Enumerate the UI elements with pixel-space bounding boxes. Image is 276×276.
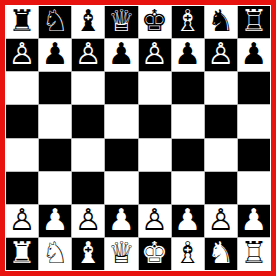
square-f1[interactable]: ♗ [172, 238, 204, 270]
square-f4[interactable] [172, 139, 204, 171]
piece-black-bishop: ♝ [75, 6, 102, 36]
square-a7[interactable]: ♙ [6, 39, 38, 71]
piece-black-pawn: ♟ [108, 39, 135, 69]
piece-black-pawn: ♙ [75, 39, 102, 69]
square-e4[interactable] [139, 139, 171, 171]
piece-black-rook: ♖ [240, 6, 267, 36]
square-g3[interactable] [205, 172, 237, 204]
square-h6[interactable] [238, 72, 270, 104]
square-g1[interactable]: ♞ [205, 238, 237, 270]
piece-white-pawn: ♟ [42, 205, 69, 235]
square-a2[interactable]: ♙ [6, 205, 38, 237]
square-d8[interactable]: ♕ [105, 6, 137, 38]
piece-white-pawn: ♟ [240, 205, 267, 235]
square-c3[interactable] [72, 172, 104, 204]
piece-white-bishop: ♝ [75, 238, 102, 268]
square-d3[interactable] [105, 172, 137, 204]
square-d4[interactable] [105, 139, 137, 171]
piece-black-pawn: ♟ [42, 39, 69, 69]
square-e3[interactable] [139, 172, 171, 204]
square-b7[interactable]: ♟ [39, 39, 71, 71]
piece-black-pawn: ♙ [9, 39, 36, 69]
piece-black-bishop: ♗ [174, 6, 201, 36]
piece-white-bishop: ♗ [174, 238, 201, 268]
square-b4[interactable] [39, 139, 71, 171]
square-h4[interactable] [238, 139, 270, 171]
square-g4[interactable] [205, 139, 237, 171]
square-e8[interactable]: ♚ [139, 6, 171, 38]
square-f2[interactable]: ♟ [172, 205, 204, 237]
square-d2[interactable]: ♟ [105, 205, 137, 237]
square-b2[interactable]: ♟ [39, 205, 71, 237]
square-f5[interactable] [172, 105, 204, 137]
square-h8[interactable]: ♖ [238, 6, 270, 38]
piece-white-pawn: ♙ [75, 205, 102, 235]
square-a8[interactable]: ♜ [6, 6, 38, 38]
piece-white-queen: ♕ [108, 238, 135, 268]
piece-white-pawn: ♙ [207, 205, 234, 235]
square-c1[interactable]: ♝ [72, 238, 104, 270]
square-h5[interactable] [238, 105, 270, 137]
board-frame: ♜♘♝♕♚♗♞♖♙♟♙♟♙♟♙♟♙♟♙♟♙♟♙♟♜♘♝♕♚♗♞♖ [0, 0, 276, 276]
square-a6[interactable] [6, 72, 38, 104]
piece-white-pawn: ♙ [9, 205, 36, 235]
square-h3[interactable] [238, 172, 270, 204]
square-d5[interactable] [105, 105, 137, 137]
square-b8[interactable]: ♘ [39, 6, 71, 38]
piece-black-rook: ♜ [9, 6, 36, 36]
square-d7[interactable]: ♟ [105, 39, 137, 71]
square-f6[interactable] [172, 72, 204, 104]
square-f8[interactable]: ♗ [172, 6, 204, 38]
square-c5[interactable] [72, 105, 104, 137]
square-e5[interactable] [139, 105, 171, 137]
piece-white-pawn: ♟ [108, 205, 135, 235]
square-d6[interactable] [105, 72, 137, 104]
square-e6[interactable] [139, 72, 171, 104]
square-a3[interactable] [6, 172, 38, 204]
square-g6[interactable] [205, 72, 237, 104]
piece-white-king: ♚ [141, 238, 168, 268]
square-b3[interactable] [39, 172, 71, 204]
square-d1[interactable]: ♕ [105, 238, 137, 270]
square-c4[interactable] [72, 139, 104, 171]
piece-black-queen: ♕ [108, 6, 135, 36]
square-a5[interactable] [6, 105, 38, 137]
piece-black-pawn: ♙ [141, 39, 168, 69]
square-f7[interactable]: ♟ [172, 39, 204, 71]
square-e2[interactable]: ♙ [139, 205, 171, 237]
square-b6[interactable] [39, 72, 71, 104]
piece-white-rook: ♖ [240, 238, 267, 268]
square-c2[interactable]: ♙ [72, 205, 104, 237]
square-g7[interactable]: ♙ [205, 39, 237, 71]
square-h1[interactable]: ♖ [238, 238, 270, 270]
square-a4[interactable] [6, 139, 38, 171]
square-g5[interactable] [205, 105, 237, 137]
piece-white-pawn: ♙ [141, 205, 168, 235]
square-g8[interactable]: ♞ [205, 6, 237, 38]
piece-white-rook: ♜ [9, 238, 36, 268]
square-c8[interactable]: ♝ [72, 6, 104, 38]
piece-white-pawn: ♟ [174, 205, 201, 235]
square-e7[interactable]: ♙ [139, 39, 171, 71]
piece-white-knight: ♞ [207, 238, 234, 268]
chess-board: ♜♘♝♕♚♗♞♖♙♟♙♟♙♟♙♟♙♟♙♟♙♟♙♟♜♘♝♕♚♗♞♖ [6, 6, 270, 270]
square-b1[interactable]: ♘ [39, 238, 71, 270]
square-c6[interactable] [72, 72, 104, 104]
piece-white-knight: ♘ [42, 238, 69, 268]
square-g2[interactable]: ♙ [205, 205, 237, 237]
piece-black-knight: ♞ [207, 6, 234, 36]
piece-black-pawn: ♙ [207, 39, 234, 69]
square-h2[interactable]: ♟ [238, 205, 270, 237]
piece-black-knight: ♘ [42, 6, 69, 36]
piece-black-king: ♚ [141, 6, 168, 36]
square-a1[interactable]: ♜ [6, 238, 38, 270]
square-f3[interactable] [172, 172, 204, 204]
square-c7[interactable]: ♙ [72, 39, 104, 71]
piece-black-pawn: ♟ [240, 39, 267, 69]
square-h7[interactable]: ♟ [238, 39, 270, 71]
square-b5[interactable] [39, 105, 71, 137]
piece-black-pawn: ♟ [174, 39, 201, 69]
square-e1[interactable]: ♚ [139, 238, 171, 270]
